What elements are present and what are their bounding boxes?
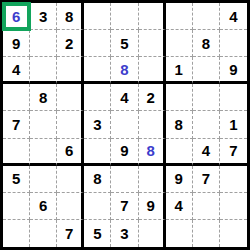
cell-r9c7[interactable] xyxy=(166,220,193,247)
cell-r3c6[interactable] xyxy=(139,57,166,84)
cell-r4c8[interactable] xyxy=(193,84,220,111)
cell-r7c2[interactable] xyxy=(30,166,57,193)
cell-r5c3[interactable] xyxy=(57,111,84,138)
cell-r7c7[interactable]: 9 xyxy=(166,166,193,193)
cell-r1c2[interactable]: 3 xyxy=(30,3,57,30)
cell-r9c4[interactable]: 5 xyxy=(84,220,111,247)
cell-r6c4[interactable] xyxy=(84,139,111,166)
cell-r8c5[interactable]: 7 xyxy=(111,193,138,220)
cell-r1c3[interactable]: 8 xyxy=(57,3,84,30)
cell-r6c1[interactable] xyxy=(3,139,30,166)
cell-r8c1[interactable] xyxy=(3,193,30,220)
cell-r2c2[interactable] xyxy=(30,30,57,57)
cell-r8c9[interactable] xyxy=(220,193,247,220)
cell-r4c9[interactable] xyxy=(220,84,247,111)
cell-r1c1[interactable]: 6 xyxy=(3,3,30,30)
cell-r4c4[interactable] xyxy=(84,84,111,111)
cell-r9c6[interactable] xyxy=(139,220,166,247)
cell-r4c1[interactable] xyxy=(3,84,30,111)
cell-r4c3[interactable] xyxy=(57,84,84,111)
cell-r2c3[interactable]: 2 xyxy=(57,30,84,57)
cell-r3c7[interactable]: 1 xyxy=(166,57,193,84)
cell-r4c2[interactable]: 8 xyxy=(30,84,57,111)
cell-r1c5[interactable] xyxy=(111,3,138,30)
cell-r6c2[interactable] xyxy=(30,139,57,166)
cell-r3c3[interactable] xyxy=(57,57,84,84)
cell-r9c3[interactable]: 7 xyxy=(57,220,84,247)
cell-r4c6[interactable]: 2 xyxy=(139,84,166,111)
cell-r3c5[interactable]: 8 xyxy=(111,57,138,84)
cell-r7c1[interactable]: 5 xyxy=(3,166,30,193)
cell-r8c4[interactable] xyxy=(84,193,111,220)
cell-r9c9[interactable] xyxy=(220,220,247,247)
cell-r7c6[interactable] xyxy=(139,166,166,193)
cell-r9c2[interactable] xyxy=(30,220,57,247)
cell-r1c7[interactable] xyxy=(166,3,193,30)
cell-r3c9[interactable]: 9 xyxy=(220,57,247,84)
cell-r6c7[interactable] xyxy=(166,139,193,166)
cell-r1c8[interactable] xyxy=(193,3,220,30)
cell-r7c5[interactable] xyxy=(111,166,138,193)
cell-r7c4[interactable]: 8 xyxy=(84,166,111,193)
cell-r8c2[interactable]: 6 xyxy=(30,193,57,220)
cell-r1c9[interactable]: 4 xyxy=(220,3,247,30)
cell-r5c1[interactable]: 7 xyxy=(3,111,30,138)
cell-r7c3[interactable] xyxy=(57,166,84,193)
cell-r5c4[interactable]: 3 xyxy=(84,111,111,138)
cell-r5c6[interactable] xyxy=(139,111,166,138)
cell-r5c7[interactable]: 8 xyxy=(166,111,193,138)
cell-r8c3[interactable] xyxy=(57,193,84,220)
cell-r6c6[interactable]: 8 xyxy=(139,139,166,166)
cell-r1c6[interactable] xyxy=(139,3,166,30)
cell-r9c8[interactable] xyxy=(193,220,220,247)
cell-r2c7[interactable] xyxy=(166,30,193,57)
cell-r3c1[interactable]: 4 xyxy=(3,57,30,84)
cell-r3c4[interactable] xyxy=(84,57,111,84)
cell-r8c6[interactable]: 9 xyxy=(139,193,166,220)
sudoku-board: 63849258481984273816984758976794753 xyxy=(0,0,250,250)
cell-r2c8[interactable]: 8 xyxy=(193,30,220,57)
cell-r6c3[interactable]: 6 xyxy=(57,139,84,166)
cell-r5c2[interactable] xyxy=(30,111,57,138)
cell-r7c9[interactable] xyxy=(220,166,247,193)
cell-r9c5[interactable]: 3 xyxy=(111,220,138,247)
cell-r4c7[interactable] xyxy=(166,84,193,111)
cell-r1c4[interactable] xyxy=(84,3,111,30)
cell-r2c4[interactable] xyxy=(84,30,111,57)
cell-r6c8[interactable]: 4 xyxy=(193,139,220,166)
cell-r5c5[interactable] xyxy=(111,111,138,138)
cell-r8c8[interactable] xyxy=(193,193,220,220)
cell-r2c6[interactable] xyxy=(139,30,166,57)
cell-r4c5[interactable]: 4 xyxy=(111,84,138,111)
cell-r2c5[interactable]: 5 xyxy=(111,30,138,57)
cell-r8c7[interactable]: 4 xyxy=(166,193,193,220)
cell-r5c8[interactable] xyxy=(193,111,220,138)
cell-r9c1[interactable] xyxy=(3,220,30,247)
cell-r3c2[interactable] xyxy=(30,57,57,84)
cell-r6c5[interactable]: 9 xyxy=(111,139,138,166)
cell-r3c8[interactable] xyxy=(193,57,220,84)
cell-r6c9[interactable]: 7 xyxy=(220,139,247,166)
cell-r5c9[interactable]: 1 xyxy=(220,111,247,138)
cell-r2c1[interactable]: 9 xyxy=(3,30,30,57)
cell-r2c9[interactable] xyxy=(220,30,247,57)
cell-r7c8[interactable]: 7 xyxy=(193,166,220,193)
